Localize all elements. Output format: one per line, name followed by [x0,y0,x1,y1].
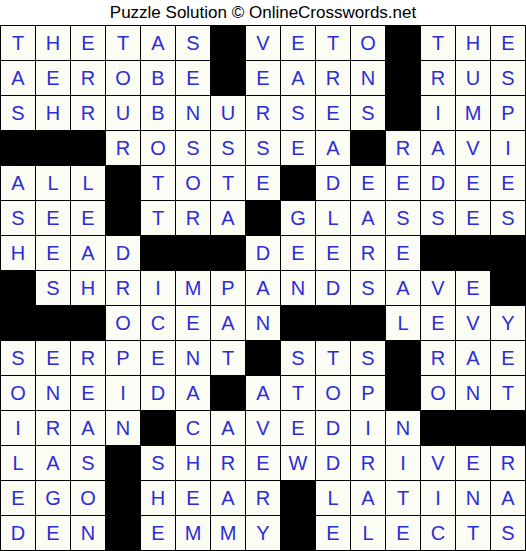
letter-cell: P [211,271,245,305]
letter-cell: O [71,481,105,515]
letter-cell: U [106,96,140,130]
letter-cell: E [281,131,315,165]
letter-cell: O [421,376,455,410]
black-cell [456,411,490,445]
black-cell [316,306,350,340]
letter-cell: L [1,446,35,480]
letter-cell: I [386,446,420,480]
letter-cell: T [141,166,175,200]
letter-cell: O [1,376,35,410]
letter-cell: D [316,446,350,480]
black-cell [246,201,280,235]
black-cell [211,236,245,270]
letter-cell: I [421,481,455,515]
letter-cell: V [456,131,490,165]
letter-cell: E [71,201,105,235]
letter-cell: U [211,96,245,130]
letter-cell: S [176,26,210,60]
letter-cell: O [316,376,350,410]
letter-cell: L [386,306,420,340]
letter-cell: A [176,376,210,410]
black-cell [211,61,245,95]
black-cell [456,236,490,270]
letter-cell: W [281,446,315,480]
letter-cell: S [281,96,315,130]
letter-cell: D [316,166,350,200]
letter-cell: I [491,131,525,165]
letter-cell: M [176,271,210,305]
letter-cell: N [246,306,280,340]
letter-cell: S [176,131,210,165]
letter-cell: P [491,96,525,130]
letter-cell: I [141,271,175,305]
black-cell [176,236,210,270]
letter-cell: H [141,481,175,515]
letter-cell: N [36,376,70,410]
letter-cell: E [36,236,70,270]
letter-cell: Y [246,516,280,550]
letter-cell: L [316,481,350,515]
letter-cell: E [246,446,280,480]
letter-cell: A [211,201,245,235]
letter-cell: E [71,376,105,410]
black-cell [386,341,420,375]
letter-cell: L [351,516,385,550]
letter-cell: E [316,236,350,270]
letter-cell: E [281,236,315,270]
letter-cell: I [421,96,455,130]
letter-cell: I [106,376,140,410]
black-cell [386,26,420,60]
letter-cell: A [491,481,525,515]
letter-cell: O [176,166,210,200]
letter-cell: P [351,376,385,410]
letter-cell: M [176,516,210,550]
letter-cell: R [386,131,420,165]
letter-cell: A [456,341,490,375]
letter-cell: S [491,61,525,95]
letter-cell: A [1,166,35,200]
letter-cell: R [71,96,105,130]
black-cell [421,411,455,445]
letter-cell: R [106,131,140,165]
black-cell [71,306,105,340]
letter-cell: D [106,236,140,270]
letter-cell: D [316,271,350,305]
letter-cell: A [141,26,175,60]
letter-cell: R [316,61,350,95]
letter-cell: N [456,481,490,515]
black-cell [421,236,455,270]
letter-cell: A [246,271,280,305]
letter-cell: A [281,61,315,95]
letter-cell: E [351,166,385,200]
letter-cell: V [456,306,490,340]
letter-cell: R [36,411,70,445]
letter-cell: E [36,341,70,375]
black-cell [386,96,420,130]
black-cell [1,271,35,305]
letter-cell: N [351,61,385,95]
letter-cell: H [36,26,70,60]
letter-cell: O [141,131,175,165]
letter-cell: E [71,26,105,60]
letter-cell: A [246,376,280,410]
letter-cell: S [71,446,105,480]
letter-cell: E [36,516,70,550]
letter-cell: A [351,481,385,515]
letter-cell: R [106,271,140,305]
letter-cell: E [36,201,70,235]
letter-cell: I [1,411,35,445]
letter-cell: N [176,341,210,375]
letter-cell: T [1,26,35,60]
black-cell [106,481,140,515]
black-cell [71,131,105,165]
letter-cell: E [386,166,420,200]
black-cell [106,516,140,550]
letter-cell: S [1,96,35,130]
letter-cell: G [36,481,70,515]
letter-cell: E [456,446,490,480]
letter-cell: E [386,236,420,270]
black-cell [246,341,280,375]
black-cell [141,411,175,445]
letter-cell: A [211,481,245,515]
black-cell [1,306,35,340]
letter-cell: A [211,306,245,340]
letter-cell: T [211,166,245,200]
letter-cell: S [211,131,245,165]
letter-cell: B [141,61,175,95]
letter-cell: V [421,271,455,305]
letter-cell: E [141,516,175,550]
black-cell [491,271,525,305]
letter-cell: N [176,96,210,130]
letter-cell: E [281,26,315,60]
letter-cell: H [456,26,490,60]
letter-cell: C [176,411,210,445]
letter-cell: E [246,61,280,95]
letter-cell: E [456,201,490,235]
letter-cell: T [421,26,455,60]
letter-cell: U [456,61,490,95]
letter-cell: R [71,341,105,375]
letter-cell: E [141,341,175,375]
letter-cell: D [246,236,280,270]
black-cell [36,306,70,340]
letter-cell: O [106,306,140,340]
letter-cell: V [421,446,455,480]
letter-cell: E [281,411,315,445]
letter-cell: E [1,481,35,515]
letter-cell: R [491,446,525,480]
letter-cell: T [141,201,175,235]
letter-cell: S [1,341,35,375]
letter-cell: H [1,236,35,270]
letter-cell: H [36,96,70,130]
black-cell [351,131,385,165]
letter-cell: D [316,411,350,445]
black-cell [386,61,420,95]
puzzle-solution-page: Puzzle Solution © OnlineCrosswords.net T… [0,0,526,551]
letter-cell: E [456,271,490,305]
black-cell [211,376,245,410]
letter-cell: E [316,516,350,550]
letter-cell: R [421,341,455,375]
letter-cell: S [491,201,525,235]
letter-cell: H [176,446,210,480]
letter-cell: S [421,201,455,235]
letter-cell: N [71,516,105,550]
letter-cell: E [176,306,210,340]
letter-cell: D [1,516,35,550]
black-cell [106,446,140,480]
letter-cell: E [386,516,420,550]
letter-cell: A [1,61,35,95]
black-cell [281,166,315,200]
black-cell [141,236,175,270]
letter-cell: E [316,96,350,130]
black-cell [491,411,525,445]
letter-cell: M [211,516,245,550]
letter-cell: E [456,166,490,200]
black-cell [281,306,315,340]
letter-cell: T [456,516,490,550]
letter-cell: N [456,376,490,410]
letter-cell: C [141,306,175,340]
letter-cell: T [281,376,315,410]
letter-cell: R [246,481,280,515]
letter-cell: S [351,341,385,375]
letter-cell: E [176,61,210,95]
letter-cell: R [176,201,210,235]
letter-cell: V [246,26,280,60]
black-cell [281,516,315,550]
letter-cell: R [421,61,455,95]
letter-cell: S [491,516,525,550]
letter-cell: A [421,131,455,165]
letter-cell: R [246,96,280,130]
letter-cell: R [351,446,385,480]
letter-cell: S [386,201,420,235]
letter-cell: A [71,411,105,445]
letter-cell: N [386,411,420,445]
letter-cell: E [491,26,525,60]
letter-cell: L [71,166,105,200]
black-cell [106,201,140,235]
letter-cell: I [351,411,385,445]
letter-cell: S [351,271,385,305]
letter-cell: L [316,201,350,235]
black-cell [36,131,70,165]
letter-cell: C [421,516,455,550]
letter-cell: E [491,166,525,200]
letter-cell: O [351,26,385,60]
letter-cell: N [281,271,315,305]
letter-cell: L [36,166,70,200]
letter-cell: N [106,411,140,445]
letter-cell: E [421,306,455,340]
letter-cell: A [211,411,245,445]
letter-cell: P [106,341,140,375]
black-cell [351,306,385,340]
letter-cell: R [211,446,245,480]
letter-cell: E [246,166,280,200]
black-cell [281,481,315,515]
letter-cell: Y [491,306,525,340]
letter-cell: E [491,341,525,375]
black-cell [491,236,525,270]
letter-cell: D [141,376,175,410]
letter-cell: M [456,96,490,130]
crossword-grid: THETASVETOTHEAEROBEEARNRUSSHRUBNURSESIMP… [0,25,526,551]
letter-cell: O [106,61,140,95]
letter-cell: T [491,376,525,410]
letter-cell: V [246,411,280,445]
black-cell [386,376,420,410]
letter-cell: S [281,341,315,375]
letter-cell: T [211,341,245,375]
letter-cell: S [351,96,385,130]
letter-cell: S [141,446,175,480]
black-cell [106,166,140,200]
letter-cell: R [351,236,385,270]
black-cell [211,26,245,60]
letter-cell: A [351,201,385,235]
letter-cell: H [71,271,105,305]
black-cell [1,131,35,165]
letter-cell: S [36,271,70,305]
letter-cell: A [71,236,105,270]
letter-cell: T [316,341,350,375]
letter-cell: T [386,481,420,515]
letter-cell: S [1,201,35,235]
letter-cell: B [141,96,175,130]
letter-cell: E [36,61,70,95]
letter-cell: T [106,26,140,60]
letter-cell: G [281,201,315,235]
letter-cell: D [421,166,455,200]
letter-cell: A [36,446,70,480]
letter-cell: A [316,131,350,165]
page-title: Puzzle Solution © OnlineCrosswords.net [0,0,526,25]
letter-cell: T [316,26,350,60]
letter-cell: R [71,61,105,95]
letter-cell: A [386,271,420,305]
letter-cell: S [246,131,280,165]
letter-cell: E [176,481,210,515]
